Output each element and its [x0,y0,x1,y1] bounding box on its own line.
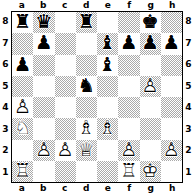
square-f2[interactable]: ♟♙ [118,140,139,161]
square-h5[interactable] [161,76,182,97]
rank-label-2: 2 [0,140,11,162]
file-label-a: a [11,183,33,194]
square-f8[interactable] [118,12,139,33]
square-e1[interactable] [97,161,118,182]
square-c7[interactable] [55,33,76,54]
black-pawn-h7-icon[interactable]: ♟♟ [161,32,182,53]
square-e5[interactable] [97,76,118,97]
white-bishop-e3-icon[interactable]: ♝♗ [97,117,118,138]
rank-label-1: 1 [183,162,194,184]
white-pawn-b2-icon[interactable]: ♟♙ [33,139,54,160]
white-pawn-c2-icon[interactable]: ♟♙ [55,139,76,160]
black-bishop-e6-icon[interactable]: ♝♝ [97,54,118,75]
square-d2[interactable]: ♛♕ [76,140,97,161]
rank-label-7: 7 [0,33,11,55]
black-bishop-e7-icon[interactable]: ♝♝ [97,32,118,53]
square-b7[interactable]: ♟♟ [33,33,54,54]
square-e4[interactable] [97,97,118,118]
black-queen-b8-icon[interactable]: ♛♛ [33,11,54,32]
piece-outline: ♟ [12,54,33,75]
square-g2[interactable] [140,140,161,161]
square-h2[interactable]: ♟♙ [161,140,182,161]
piece-outline: ♖ [118,160,139,181]
square-f5[interactable] [118,76,139,97]
piece-outline: ♕ [76,139,97,160]
corner-top-right [183,0,194,11]
black-pawn-a6-icon[interactable]: ♟♟ [12,54,33,75]
file-label-c: c [54,183,76,194]
file-labels-bottom: abcdefgh [11,183,183,194]
rank-label-4: 4 [0,97,11,119]
rank-label-8: 8 [183,11,194,33]
white-pawn-f2-icon[interactable]: ♟♙ [118,139,139,160]
white-queen-d2-icon[interactable]: ♛♕ [76,139,97,160]
piece-outline: ♟ [140,32,161,53]
square-a3[interactable]: ♞♘ [12,118,33,139]
file-label-h: h [162,0,184,11]
square-g7[interactable]: ♟♟ [140,33,161,54]
square-d6[interactable] [76,55,97,76]
square-a4[interactable]: ♟♙ [12,97,33,118]
rank-labels-right: 87654321 [183,11,194,183]
square-d5[interactable]: ♞♞ [76,76,97,97]
rank-label-2: 2 [183,140,194,162]
file-label-f: f [119,183,141,194]
black-knight-d5-icon[interactable]: ♞♞ [76,75,97,96]
rank-label-5: 5 [0,76,11,98]
square-e7[interactable]: ♝♝ [97,33,118,54]
square-b6[interactable] [33,55,54,76]
square-g3[interactable] [140,118,161,139]
square-c5[interactable] [55,76,76,97]
piece-outline: ♖ [12,160,33,181]
piece-outline: ♚ [140,11,161,32]
file-label-e: e [97,183,119,194]
black-king-g8-icon[interactable]: ♚♚ [140,11,161,32]
file-label-h: h [162,183,184,194]
square-b5[interactable] [33,76,54,97]
rank-labels-left: 87654321 [0,11,11,183]
file-label-g: g [140,183,162,194]
piece-outline: ♙ [33,139,54,160]
square-c3[interactable] [55,118,76,139]
square-f3[interactable] [118,118,139,139]
rank-label-8: 8 [0,11,11,33]
piece-outline: ♙ [55,139,76,160]
square-g4[interactable] [140,97,161,118]
file-label-c: c [54,0,76,11]
black-pawn-g7-icon[interactable]: ♟♟ [140,32,161,53]
piece-outline: ♜ [12,11,33,32]
file-label-e: e [97,0,119,11]
square-b4[interactable] [33,97,54,118]
chessboard: ♜♜♛♛♜♜♚♚♟♟♝♝♟♟♟♟♟♟♟♟♝♝♞♞♟♙♟♙♞♘♝♗♝♗♟♙♟♙♛♕… [11,11,183,183]
square-f6[interactable] [118,55,139,76]
square-e8[interactable] [97,12,118,33]
square-h8[interactable] [161,12,182,33]
piece-outline: ♙ [118,139,139,160]
rank-label-5: 5 [183,76,194,98]
piece-outline: ♗ [97,117,118,138]
rank-label-1: 1 [0,162,11,184]
black-rook-a8-icon[interactable]: ♜♜ [12,11,33,32]
black-pawn-b7-icon[interactable]: ♟♟ [33,32,54,53]
rank-label-3: 3 [0,119,11,141]
rank-label-6: 6 [183,54,194,76]
piece-outline: ♙ [161,139,182,160]
square-h7[interactable]: ♟♟ [161,33,182,54]
square-f7[interactable]: ♟♟ [118,33,139,54]
piece-outline: ♙ [12,96,33,117]
piece-outline: ♛ [33,11,54,32]
square-b3[interactable] [33,118,54,139]
square-a2[interactable] [12,140,33,161]
square-a5[interactable] [12,76,33,97]
piece-outline: ♘ [12,117,33,138]
square-a6[interactable]: ♟♟ [12,55,33,76]
file-label-f: f [119,0,141,11]
square-g5[interactable]: ♟♙ [140,76,161,97]
piece-outline: ♟ [33,32,54,53]
white-pawn-a4-icon[interactable]: ♟♙ [12,96,33,117]
piece-outline: ♜ [76,11,97,32]
white-knight-a3-icon[interactable]: ♞♘ [12,117,33,138]
corner-top-left [0,0,11,11]
square-g6[interactable] [140,55,161,76]
white-pawn-h2-icon[interactable]: ♟♙ [161,139,182,160]
square-c6[interactable] [55,55,76,76]
square-f1[interactable]: ♜♖ [118,161,139,182]
square-a1[interactable]: ♜♖ [12,161,33,182]
square-c4[interactable] [55,97,76,118]
square-h4[interactable] [161,97,182,118]
square-a8[interactable]: ♜♜ [12,12,33,33]
file-label-b: b [33,183,55,194]
square-h6[interactable] [161,55,182,76]
black-pawn-f7-icon[interactable]: ♟♟ [118,32,139,53]
square-d1[interactable] [76,161,97,182]
white-bishop-d3-icon[interactable]: ♝♗ [76,117,97,138]
rank-label-6: 6 [0,54,11,76]
square-c2[interactable]: ♟♙ [55,140,76,161]
square-d3[interactable]: ♝♗ [76,118,97,139]
square-c8[interactable] [55,12,76,33]
square-a7[interactable] [12,33,33,54]
piece-outline: ♝ [97,32,118,53]
square-g8[interactable]: ♚♚ [140,12,161,33]
square-h1[interactable] [161,161,182,182]
chess-diagram: abcdefgh 87654321 ♜♜♛♛♜♜♚♚♟♟♝♝♟♟♟♟♟♟♟♟♝♝… [0,0,194,194]
white-king-g1-icon[interactable]: ♚♔ [140,160,161,181]
square-e3[interactable]: ♝♗ [97,118,118,139]
piece-outline: ♟ [118,32,139,53]
square-b1[interactable] [33,161,54,182]
rank-label-3: 3 [183,119,194,141]
piece-outline: ♗ [76,117,97,138]
corner-bottom-left [0,183,11,194]
square-c1[interactable] [55,161,76,182]
piece-outline: ♔ [140,160,161,181]
square-g1[interactable]: ♚♔ [140,161,161,182]
rank-label-4: 4 [183,97,194,119]
square-f4[interactable] [118,97,139,118]
square-b2[interactable]: ♟♙ [33,140,54,161]
square-d7[interactable] [76,33,97,54]
black-rook-d8-icon[interactable]: ♜♜ [76,11,97,32]
rank-label-7: 7 [183,33,194,55]
file-label-d: d [76,183,98,194]
piece-outline: ♝ [97,54,118,75]
piece-outline: ♞ [76,75,97,96]
piece-outline: ♟ [161,32,182,53]
corner-bottom-right [183,183,194,194]
white-rook-f1-icon[interactable]: ♜♖ [118,160,139,181]
square-e6[interactable]: ♝♝ [97,55,118,76]
square-e2[interactable] [97,140,118,161]
square-d8[interactable]: ♜♜ [76,12,97,33]
square-h3[interactable] [161,118,182,139]
square-b8[interactable]: ♛♛ [33,12,54,33]
piece-outline: ♙ [140,75,161,96]
square-d4[interactable] [76,97,97,118]
white-pawn-g5-icon[interactable]: ♟♙ [140,75,161,96]
white-rook-a1-icon[interactable]: ♜♖ [12,160,33,181]
